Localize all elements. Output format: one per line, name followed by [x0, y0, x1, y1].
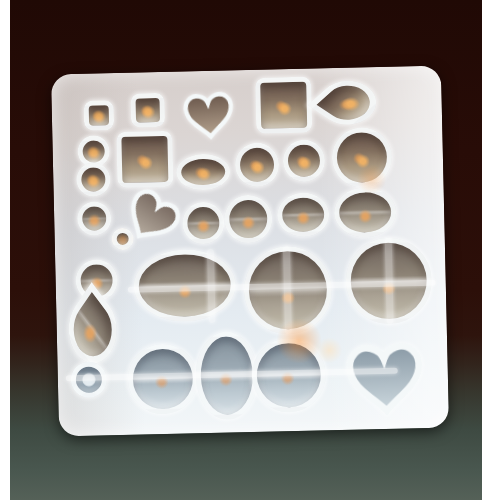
product-photo: Overhead product photo of a translucent …: [0, 0, 500, 500]
mold-cavity-large-circle-row2: [331, 127, 392, 188]
silicone-mold: [51, 66, 449, 437]
mold-cavity-small-circle-row3: [77, 201, 112, 236]
mold-cavity-teardrop-top-right: [307, 72, 388, 134]
mold-cavity-oval-row3-right: [334, 187, 397, 238]
mold-cavity-large-circle-center: [243, 245, 333, 335]
mold-cavity-small-square: [84, 100, 115, 131]
mold-cavity-circle-row2: [235, 142, 280, 187]
mold-cavity-small-circle: [76, 162, 111, 197]
mold-cavity-small-ring: [70, 361, 107, 398]
mold-cavity-oval-row3: [277, 192, 330, 237]
mold-cavity-large-heart-bottom: [341, 336, 429, 417]
mold-cavity-oval-row2: [176, 153, 231, 190]
mold-cavity-circle-row2: [282, 139, 325, 182]
mold-cavity-large-circle-bottom: [127, 343, 199, 415]
mold-cavity-circle-row3: [182, 202, 225, 245]
mold-cavity-large-circle-right: [345, 237, 433, 325]
right-margin-strip: [482, 0, 500, 500]
mold-cavity-large-oval-center: [133, 248, 237, 322]
mold-cavity-vertical-oval-bottom: [195, 331, 259, 420]
mold-cavity-large-circle-bottom: [251, 337, 327, 413]
mold-cavity-heart-top: [180, 86, 239, 143]
mold-cavity-medium-square: [130, 93, 165, 128]
left-margin-strip: [0, 0, 10, 500]
mold-cavity-large-square-top: [255, 77, 312, 134]
mold-cavity-circle-row3: [224, 194, 273, 243]
